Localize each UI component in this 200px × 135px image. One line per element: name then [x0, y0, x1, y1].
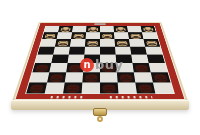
dark-piece: ⛂ — [134, 62, 149, 74]
dark-piece: ⛂ — [137, 81, 153, 96]
dark-piece: ⛂ — [49, 71, 64, 85]
board-square: ⛂ — [55, 39, 71, 46]
board-square: ⛂ — [100, 82, 118, 93]
board-square: ⛂ — [117, 72, 135, 82]
light-piece: ⛂ — [115, 25, 126, 34]
light-piece: ⛂ — [73, 31, 85, 40]
light-piece: ⛂ — [145, 38, 159, 48]
board-square — [51, 55, 68, 64]
board-square — [147, 55, 165, 64]
light-piece: ⛂ — [142, 25, 155, 34]
light-piece: ⛂ — [116, 38, 128, 48]
brass-latch — [93, 108, 107, 116]
board-square: ⛂ — [63, 82, 82, 93]
board-square: ⛂ — [47, 72, 66, 82]
dark-piece: ⛂ — [152, 71, 168, 85]
dark-piece: ⛂ — [119, 71, 133, 85]
board-square: ⛂ — [86, 26, 100, 32]
dark-piece: ⛂ — [65, 81, 80, 96]
light-piece: ⛂ — [60, 25, 72, 34]
board-square: ⛂ — [128, 32, 143, 39]
board-square: ⛂ — [82, 72, 100, 82]
product-photo-scene: ⛂⛂⛂⛂⛂⛂⛂⛂⛂⛂⛂⛂⛂⛂⛂⛂⛂⛂⛂⛂⛂⛂⛂⛂ n buy — [0, 0, 200, 135]
watermark-badge-icon: n — [80, 58, 94, 72]
light-piece: ⛂ — [87, 38, 98, 48]
light-piece: ⛂ — [57, 38, 70, 48]
light-piece: ⛂ — [130, 31, 142, 40]
board-square: ⛂ — [85, 39, 100, 46]
board-square: ⛂ — [71, 32, 86, 39]
board-square: ⛂ — [151, 72, 171, 82]
board-square: ⛂ — [141, 26, 156, 32]
board-square — [100, 47, 116, 55]
watermark: n buy — [80, 57, 124, 72]
dark-piece: ⛂ — [28, 81, 45, 96]
board-square: ⛂ — [100, 32, 114, 39]
board-square: ⛂ — [114, 26, 128, 32]
frame-print-marks-left — [51, 96, 83, 98]
watermark-text: buy — [95, 57, 124, 72]
light-piece: ⛂ — [102, 31, 113, 40]
board-square — [130, 47, 147, 55]
board-square: ⛂ — [143, 39, 160, 46]
light-piece: ⛂ — [44, 31, 57, 40]
brass-latch-ring — [97, 116, 103, 122]
dark-piece: ⛂ — [102, 81, 116, 96]
frame-print-marks-right — [110, 96, 153, 98]
board-square: ⛂ — [114, 39, 130, 46]
light-piece: ⛂ — [88, 25, 99, 34]
board-square: ⛂ — [132, 63, 150, 72]
dark-piece: ⛂ — [84, 71, 97, 85]
board-square — [69, 47, 85, 55]
